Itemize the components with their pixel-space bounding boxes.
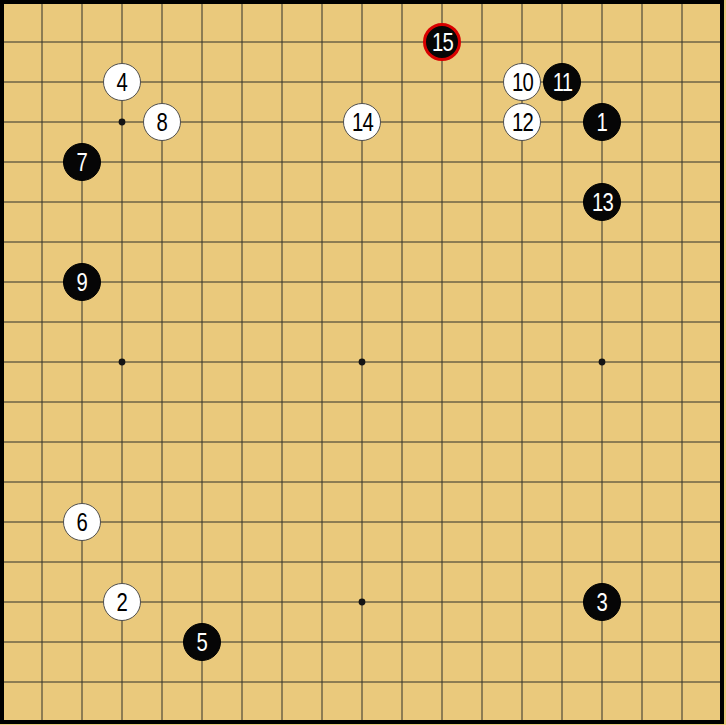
stone-white-10: 10 (503, 63, 541, 101)
board-intersection-K16: 14 (342, 102, 382, 142)
stone-black-15-last-move-marker: 15 (423, 23, 461, 61)
move-number: 10 (511, 69, 532, 95)
board-intersection-C6: 6 (62, 502, 102, 542)
stone-white-4: 4 (103, 63, 141, 101)
move-number: 1 (597, 109, 608, 135)
move-number: 7 (77, 149, 88, 175)
stone-black-9: 9 (63, 263, 101, 301)
move-number: 14 (351, 109, 372, 135)
board-intersection-Q14: 13 (582, 182, 622, 222)
move-number: 12 (511, 109, 532, 135)
board-intersection-Q16: 1 (582, 102, 622, 142)
board-intersection-P17: 11 (542, 62, 582, 102)
move-number: 2 (117, 589, 128, 615)
stone-white-8: 8 (143, 103, 181, 141)
move-number: 13 (591, 189, 612, 215)
board-intersection-F3: 5 (182, 622, 222, 662)
stone-black-1: 1 (583, 103, 621, 141)
stone-white-2: 2 (103, 583, 141, 621)
stone-black-11: 11 (543, 63, 581, 101)
move-number: 8 (157, 109, 168, 135)
move-number: 9 (77, 269, 88, 295)
stone-black-5: 5 (183, 623, 221, 661)
move-number: 6 (77, 509, 88, 535)
board-intersection-D17: 4 (102, 62, 142, 102)
move-number: 5 (197, 629, 208, 655)
go-diagram: 123456789101112131415 (0, 0, 726, 725)
board-intersection-C12: 9 (62, 262, 102, 302)
board-intersection-E16: 8 (142, 102, 182, 142)
move-number: 15 (431, 29, 452, 55)
stone-black-7: 7 (63, 143, 101, 181)
move-number: 4 (117, 69, 128, 95)
board-intersection-O16: 12 (502, 102, 542, 142)
stone-white-12: 12 (503, 103, 541, 141)
board-intersection-D4: 2 (102, 582, 142, 622)
move-number: 3 (597, 589, 608, 615)
go-board[interactable]: 123456789101112131415 (0, 0, 726, 725)
board-intersection-Q4: 3 (582, 582, 622, 622)
stone-black-3: 3 (583, 583, 621, 621)
move-number: 11 (552, 69, 572, 95)
board-intersection-C15: 7 (62, 142, 102, 182)
stone-white-14: 14 (343, 103, 381, 141)
stone-black-13: 13 (583, 183, 621, 221)
board-intersection-M18: 15 (422, 22, 462, 62)
board-intersection-O17: 10 (502, 62, 542, 102)
stone-white-6: 6 (63, 503, 101, 541)
